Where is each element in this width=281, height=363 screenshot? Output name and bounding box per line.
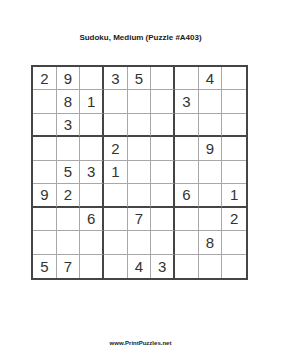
cell-r1c2: 9: [57, 67, 81, 90]
cell-r3c6: [151, 114, 175, 137]
cell-r4c3: [80, 137, 104, 160]
cell-r2c7: 3: [175, 90, 199, 113]
cell-r7c7: [175, 208, 199, 231]
cell-r3c8: [199, 114, 223, 137]
cell-r4c4: 2: [104, 137, 128, 160]
cell-r6c6: [151, 184, 175, 207]
cell-r9c9: [222, 255, 246, 278]
cell-r2c9: [222, 90, 246, 113]
cell-r9c8: [199, 255, 223, 278]
cell-r5c6: [151, 161, 175, 184]
cell-r5c2: 5: [57, 161, 81, 184]
cell-r7c2: [57, 208, 81, 231]
cell-r2c6: [151, 90, 175, 113]
cell-r5c3: 3: [80, 161, 104, 184]
cell-r3c5: [128, 114, 152, 137]
cell-r1c8: 4: [199, 67, 223, 90]
cell-r6c9: 1: [222, 184, 246, 207]
cell-r1c5: 5: [128, 67, 152, 90]
cell-r8c3: [80, 231, 104, 254]
cell-r6c5: [128, 184, 152, 207]
sudoku-board: 29354813329531926167285743: [31, 65, 248, 280]
cell-r7c4: [104, 208, 128, 231]
cell-r9c7: [175, 255, 199, 278]
page-title: Sudoku, Medium (Puzzle #A403): [0, 33, 281, 42]
cell-r1c3: [80, 67, 104, 90]
cell-r9c1: 5: [33, 255, 57, 278]
cell-r7c6: [151, 208, 175, 231]
cell-r2c3: 1: [80, 90, 104, 113]
cell-r5c9: [222, 161, 246, 184]
cell-r4c7: [175, 137, 199, 160]
cell-r6c1: 9: [33, 184, 57, 207]
cell-r2c2: 8: [57, 90, 81, 113]
cell-r9c2: 7: [57, 255, 81, 278]
cell-r5c8: [199, 161, 223, 184]
cell-r8c2: [57, 231, 81, 254]
cell-r7c3: 6: [80, 208, 104, 231]
cell-r1c6: [151, 67, 175, 90]
cell-r4c1: [33, 137, 57, 160]
cell-r6c4: [104, 184, 128, 207]
cell-r2c8: [199, 90, 223, 113]
cell-r8c8: 8: [199, 231, 223, 254]
cell-r7c9: 2: [222, 208, 246, 231]
cell-r5c5: [128, 161, 152, 184]
cell-r8c5: [128, 231, 152, 254]
cell-r4c8: 9: [199, 137, 223, 160]
cell-r6c7: 6: [175, 184, 199, 207]
cell-r7c1: [33, 208, 57, 231]
cell-r9c6: 3: [151, 255, 175, 278]
cell-r2c1: [33, 90, 57, 113]
cell-r9c4: [104, 255, 128, 278]
cell-r6c8: [199, 184, 223, 207]
cell-r3c2: 3: [57, 114, 81, 137]
cell-r4c5: [128, 137, 152, 160]
cell-r7c8: [199, 208, 223, 231]
cell-r4c6: [151, 137, 175, 160]
cell-r8c7: [175, 231, 199, 254]
footer-site-url: www.PrintPuzzles.net: [0, 340, 281, 346]
cell-r4c9: [222, 137, 246, 160]
cell-r5c7: [175, 161, 199, 184]
cell-r4c2: [57, 137, 81, 160]
cell-r9c5: 4: [128, 255, 152, 278]
cell-r3c7: [175, 114, 199, 137]
cell-r2c5: [128, 90, 152, 113]
cell-r8c6: [151, 231, 175, 254]
cell-r8c4: [104, 231, 128, 254]
cell-r3c1: [33, 114, 57, 137]
cell-r5c1: [33, 161, 57, 184]
cell-r7c5: 7: [128, 208, 152, 231]
cell-r1c9: [222, 67, 246, 90]
cell-r8c9: [222, 231, 246, 254]
cell-r9c3: [80, 255, 104, 278]
cell-r1c1: 2: [33, 67, 57, 90]
cell-r6c3: [80, 184, 104, 207]
cell-r3c9: [222, 114, 246, 137]
cell-r2c4: [104, 90, 128, 113]
cell-r6c2: 2: [57, 184, 81, 207]
cell-r5c4: 1: [104, 161, 128, 184]
cell-r1c7: [175, 67, 199, 90]
cell-r3c4: [104, 114, 128, 137]
cell-r3c3: [80, 114, 104, 137]
cell-r8c1: [33, 231, 57, 254]
cell-r1c4: 3: [104, 67, 128, 90]
